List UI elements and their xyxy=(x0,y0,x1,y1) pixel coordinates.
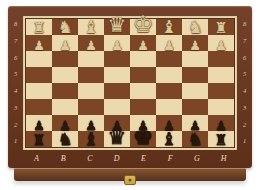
square-a5[interactable] xyxy=(26,67,52,83)
white-pawn[interactable]: ♟ xyxy=(104,39,130,52)
square-e6[interactable] xyxy=(130,51,156,67)
rank-label-6: 6 xyxy=(8,50,23,67)
file-label-g: G xyxy=(184,152,211,167)
white-queen[interactable]: ♛ xyxy=(104,15,130,36)
square-d1[interactable]: ♛ xyxy=(104,131,130,147)
black-bishop[interactable]: ♝ xyxy=(156,130,182,148)
white-pawn[interactable]: ♟ xyxy=(208,39,234,52)
square-c1[interactable]: ♝ xyxy=(78,131,104,147)
square-d8[interactable]: ♛ xyxy=(104,19,130,35)
rank-label-5: 5 xyxy=(8,66,23,83)
square-b7[interactable]: ♟ xyxy=(52,35,78,51)
rank-label-8: 8 xyxy=(8,16,23,33)
square-a6[interactable] xyxy=(26,51,52,67)
square-d6[interactable] xyxy=(104,51,130,67)
rank-label-1: 1 xyxy=(8,133,23,150)
white-pawn[interactable]: ♟ xyxy=(182,39,208,52)
square-a2[interactable]: ♟ xyxy=(26,115,52,131)
square-c6[interactable] xyxy=(78,51,104,67)
rank-label-6: 6 xyxy=(237,50,252,67)
rank-label-4: 4 xyxy=(8,83,23,100)
white-king[interactable]: ♚ xyxy=(130,13,156,36)
square-c8[interactable]: ♝ xyxy=(78,19,104,35)
square-c5[interactable] xyxy=(78,67,104,83)
rank-label-1: 1 xyxy=(237,133,252,150)
square-f4[interactable] xyxy=(156,83,182,99)
white-pawn[interactable]: ♟ xyxy=(52,39,78,52)
square-f5[interactable] xyxy=(156,67,182,83)
square-h6[interactable] xyxy=(208,51,234,67)
square-h4[interactable] xyxy=(208,83,234,99)
brass-latch-icon xyxy=(124,175,136,185)
file-labels-bottom: ABCDEFGH xyxy=(23,152,237,167)
square-a7[interactable]: ♟ xyxy=(26,35,52,51)
rank-label-4: 4 xyxy=(237,83,252,100)
square-e8[interactable]: ♚ xyxy=(130,19,156,35)
file-label-a: A xyxy=(23,152,50,167)
rank-label-5: 5 xyxy=(237,66,252,83)
square-e7[interactable]: ♟ xyxy=(130,35,156,51)
square-e1[interactable]: ♚ xyxy=(130,131,156,147)
black-bishop[interactable]: ♝ xyxy=(78,130,104,148)
square-d4[interactable] xyxy=(104,83,130,99)
rank-label-7: 7 xyxy=(237,33,252,50)
white-knight[interactable]: ♞ xyxy=(52,19,78,36)
square-c7[interactable]: ♟ xyxy=(78,35,104,51)
square-h5[interactable] xyxy=(208,67,234,83)
rank-label-3: 3 xyxy=(8,100,23,117)
square-d5[interactable] xyxy=(104,67,130,83)
white-knight[interactable]: ♞ xyxy=(182,19,208,36)
file-label-b: B xyxy=(50,152,77,167)
white-pawn[interactable]: ♟ xyxy=(156,39,182,52)
square-b4[interactable] xyxy=(52,83,78,99)
black-knight[interactable]: ♞ xyxy=(52,131,78,148)
rank-labels-right: 87654321 xyxy=(237,16,252,150)
square-e3[interactable] xyxy=(130,99,156,115)
square-b1[interactable]: ♞ xyxy=(52,131,78,147)
square-g1[interactable]: ♞ xyxy=(182,131,208,147)
square-a8[interactable]: ♜ xyxy=(26,19,52,35)
chess-board-grid: ♜♞♝♛♚♝♞♜♟♟♟♟♟♟♟♟♟♟♟♟♟♟♟♟♜♞♝♛♚♝♞♜ xyxy=(26,19,234,147)
square-b5[interactable] xyxy=(52,67,78,83)
white-pawn[interactable]: ♟ xyxy=(130,39,156,52)
chess-set-photo: 87654321 87654321 ♜♞♝♛♚♝♞♜♟♟♟♟♟♟♟♟♟♟♟♟♟♟… xyxy=(0,0,260,190)
white-rook[interactable]: ♜ xyxy=(26,21,52,36)
square-h8[interactable]: ♜ xyxy=(208,19,234,35)
square-e5[interactable] xyxy=(130,67,156,83)
square-h3[interactable] xyxy=(208,99,234,115)
chess-board-frame: 87654321 87654321 ♜♞♝♛♚♝♞♜♟♟♟♟♟♟♟♟♟♟♟♟♟♟… xyxy=(8,6,252,168)
square-g7[interactable]: ♟ xyxy=(182,35,208,51)
square-c3[interactable] xyxy=(78,99,104,115)
square-h2[interactable]: ♟ xyxy=(208,115,234,131)
rank-label-2: 2 xyxy=(8,117,23,134)
square-g6[interactable] xyxy=(182,51,208,67)
square-f6[interactable] xyxy=(156,51,182,67)
square-b6[interactable] xyxy=(52,51,78,67)
square-f7[interactable]: ♟ xyxy=(156,35,182,51)
square-a3[interactable] xyxy=(26,99,52,115)
file-label-c: C xyxy=(77,152,104,167)
square-d3[interactable] xyxy=(104,99,130,115)
square-b8[interactable]: ♞ xyxy=(52,19,78,35)
square-b3[interactable] xyxy=(52,99,78,115)
square-c4[interactable] xyxy=(78,83,104,99)
white-bishop[interactable]: ♝ xyxy=(78,18,104,36)
rank-labels-left: 87654321 xyxy=(8,16,23,150)
rank-label-3: 3 xyxy=(237,100,252,117)
rank-label-7: 7 xyxy=(8,33,23,50)
white-pawn[interactable]: ♟ xyxy=(78,39,104,52)
square-g8[interactable]: ♞ xyxy=(182,19,208,35)
white-bishop[interactable]: ♝ xyxy=(156,18,182,36)
square-g3[interactable] xyxy=(182,99,208,115)
black-queen[interactable]: ♛ xyxy=(104,127,130,148)
file-label-d: D xyxy=(103,152,130,167)
square-a1[interactable]: ♜ xyxy=(26,131,52,147)
square-a4[interactable] xyxy=(26,83,52,99)
rank-label-8: 8 xyxy=(237,16,252,33)
square-d7[interactable]: ♟ xyxy=(104,35,130,51)
white-pawn[interactable]: ♟ xyxy=(26,39,52,52)
black-king[interactable]: ♚ xyxy=(130,125,156,148)
square-g4[interactable] xyxy=(182,83,208,99)
square-f8[interactable]: ♝ xyxy=(156,19,182,35)
rank-label-2: 2 xyxy=(237,117,252,134)
black-rook[interactable]: ♜ xyxy=(208,133,234,148)
square-f3[interactable] xyxy=(156,99,182,115)
file-label-e: E xyxy=(130,152,157,167)
square-h1[interactable]: ♜ xyxy=(208,131,234,147)
black-knight[interactable]: ♞ xyxy=(182,131,208,148)
playing-area: ♜♞♝♛♚♝♞♜♟♟♟♟♟♟♟♟♟♟♟♟♟♟♟♟♜♞♝♛♚♝♞♜ xyxy=(23,16,237,150)
white-rook[interactable]: ♜ xyxy=(208,21,234,36)
square-e4[interactable] xyxy=(130,83,156,99)
square-f1[interactable]: ♝ xyxy=(156,131,182,147)
square-h7[interactable]: ♟ xyxy=(208,35,234,51)
file-label-f: F xyxy=(157,152,184,167)
black-rook[interactable]: ♜ xyxy=(26,133,52,148)
file-label-h: H xyxy=(210,152,237,167)
square-g5[interactable] xyxy=(182,67,208,83)
